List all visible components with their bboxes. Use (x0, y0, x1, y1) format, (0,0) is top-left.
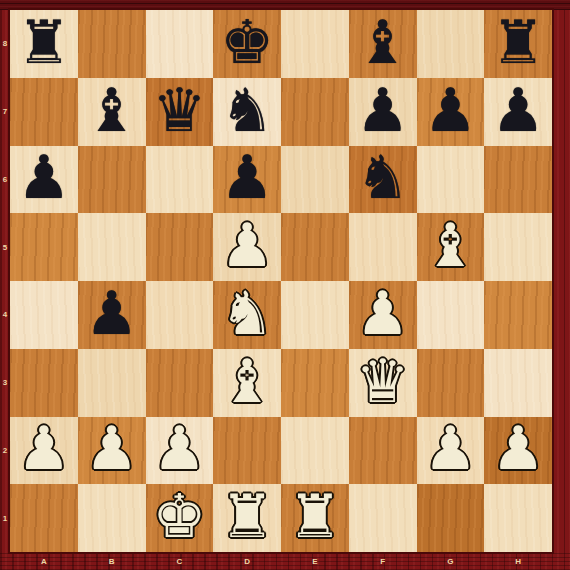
square-d2[interactable] (213, 417, 281, 485)
square-a1[interactable] (10, 484, 78, 552)
piece-black-king[interactable]: ♚ (220, 12, 274, 72)
square-f6[interactable]: ♞ (349, 146, 417, 214)
square-g4[interactable] (417, 281, 485, 349)
piece-white-knight[interactable]: ♞ (220, 283, 274, 343)
square-d3[interactable]: ♝ (213, 349, 281, 417)
file-label-h: H (484, 552, 552, 570)
square-d8[interactable]: ♚ (213, 10, 281, 78)
rank-label-7: 7 (0, 78, 10, 146)
square-d1[interactable]: ♜ (213, 484, 281, 552)
square-e3[interactable] (281, 349, 349, 417)
square-h4[interactable] (484, 281, 552, 349)
square-h2[interactable]: ♟ (484, 417, 552, 485)
square-c6[interactable] (146, 146, 214, 214)
piece-white-bishop[interactable]: ♝ (423, 215, 477, 275)
piece-white-pawn[interactable]: ♟ (220, 215, 274, 275)
square-b4[interactable]: ♟ (78, 281, 146, 349)
square-c7[interactable]: ♛ (146, 78, 214, 146)
square-c8[interactable] (146, 10, 214, 78)
square-g6[interactable] (417, 146, 485, 214)
square-d6[interactable]: ♟ (213, 146, 281, 214)
square-f1[interactable] (349, 484, 417, 552)
square-c3[interactable] (146, 349, 214, 417)
rank-labels: 87654321 (0, 10, 10, 552)
file-label-a: A (10, 552, 78, 570)
square-e4[interactable] (281, 281, 349, 349)
square-f5[interactable] (349, 213, 417, 281)
file-label-b: B (78, 552, 146, 570)
piece-white-queen[interactable]: ♛ (356, 351, 410, 411)
piece-white-pawn[interactable]: ♟ (423, 418, 477, 478)
file-label-e: E (281, 552, 349, 570)
square-h6[interactable] (484, 146, 552, 214)
piece-white-pawn[interactable]: ♟ (356, 283, 410, 343)
file-labels: ABCDEFGH (10, 552, 552, 570)
square-e2[interactable] (281, 417, 349, 485)
piece-white-pawn[interactable]: ♟ (17, 418, 71, 478)
piece-black-rook[interactable]: ♜ (491, 12, 545, 72)
file-label-g: G (417, 552, 485, 570)
square-g2[interactable]: ♟ (417, 417, 485, 485)
square-f7[interactable]: ♟ (349, 78, 417, 146)
square-a5[interactable] (10, 213, 78, 281)
rank-label-8: 8 (0, 10, 10, 78)
square-d5[interactable]: ♟ (213, 213, 281, 281)
piece-white-pawn[interactable]: ♟ (85, 418, 139, 478)
piece-white-rook[interactable]: ♜ (288, 486, 342, 546)
square-f2[interactable] (349, 417, 417, 485)
square-c5[interactable] (146, 213, 214, 281)
chess-board: ♜♚♝♜♝♛♞♟♟♟♟♟♞♟♝♟♞♟♝♛♟♟♟♟♟♚♜♜ (10, 10, 552, 552)
piece-white-rook[interactable]: ♜ (220, 486, 274, 546)
piece-black-pawn[interactable]: ♟ (491, 80, 545, 140)
piece-white-bishop[interactable]: ♝ (220, 351, 274, 411)
piece-black-pawn[interactable]: ♟ (85, 283, 139, 343)
piece-black-queen[interactable]: ♛ (152, 80, 206, 140)
piece-black-pawn[interactable]: ♟ (220, 147, 274, 207)
square-g5[interactable]: ♝ (417, 213, 485, 281)
square-d7[interactable]: ♞ (213, 78, 281, 146)
rank-label-2: 2 (0, 417, 10, 485)
piece-black-bishop[interactable]: ♝ (85, 80, 139, 140)
square-a7[interactable] (10, 78, 78, 146)
square-a2[interactable]: ♟ (10, 417, 78, 485)
square-h5[interactable] (484, 213, 552, 281)
file-label-c: C (146, 552, 214, 570)
square-a3[interactable] (10, 349, 78, 417)
square-a4[interactable] (10, 281, 78, 349)
rank-label-6: 6 (0, 146, 10, 214)
square-a8[interactable]: ♜ (10, 10, 78, 78)
frame-top-edge (0, 0, 570, 10)
square-b3[interactable] (78, 349, 146, 417)
square-f8[interactable]: ♝ (349, 10, 417, 78)
piece-black-bishop[interactable]: ♝ (356, 12, 410, 72)
piece-black-pawn[interactable]: ♟ (423, 80, 477, 140)
piece-black-knight[interactable]: ♞ (356, 147, 410, 207)
square-h1[interactable] (484, 484, 552, 552)
square-e8[interactable] (281, 10, 349, 78)
square-e5[interactable] (281, 213, 349, 281)
square-b5[interactable] (78, 213, 146, 281)
square-b6[interactable] (78, 146, 146, 214)
square-a6[interactable]: ♟ (10, 146, 78, 214)
piece-white-pawn[interactable]: ♟ (491, 418, 545, 478)
square-c1[interactable]: ♚ (146, 484, 214, 552)
piece-white-king[interactable]: ♚ (152, 486, 206, 546)
piece-black-rook[interactable]: ♜ (17, 12, 71, 72)
square-g3[interactable] (417, 349, 485, 417)
square-b7[interactable]: ♝ (78, 78, 146, 146)
square-f4[interactable]: ♟ (349, 281, 417, 349)
square-c2[interactable]: ♟ (146, 417, 214, 485)
square-g7[interactable]: ♟ (417, 78, 485, 146)
square-h3[interactable] (484, 349, 552, 417)
square-h7[interactable]: ♟ (484, 78, 552, 146)
file-label-f: F (349, 552, 417, 570)
square-b2[interactable]: ♟ (78, 417, 146, 485)
piece-black-pawn[interactable]: ♟ (356, 80, 410, 140)
square-g8[interactable] (417, 10, 485, 78)
rank-label-4: 4 (0, 281, 10, 349)
chess-board-frame: 87654321 ABCDEFGH ♜♚♝♜♝♛♞♟♟♟♟♟♞♟♝♟♞♟♝♛♟♟… (0, 0, 570, 570)
piece-black-pawn[interactable]: ♟ (17, 147, 71, 207)
piece-white-pawn[interactable]: ♟ (152, 418, 206, 478)
rank-label-1: 1 (0, 484, 10, 552)
square-c4[interactable] (146, 281, 214, 349)
square-d4[interactable]: ♞ (213, 281, 281, 349)
square-b8[interactable] (78, 10, 146, 78)
square-h8[interactable]: ♜ (484, 10, 552, 78)
rank-label-3: 3 (0, 349, 10, 417)
square-b1[interactable] (78, 484, 146, 552)
square-e1[interactable]: ♜ (281, 484, 349, 552)
rank-label-5: 5 (0, 213, 10, 281)
square-e6[interactable] (281, 146, 349, 214)
file-label-d: D (213, 552, 281, 570)
square-f3[interactable]: ♛ (349, 349, 417, 417)
piece-black-knight[interactable]: ♞ (220, 80, 274, 140)
square-e7[interactable] (281, 78, 349, 146)
square-g1[interactable] (417, 484, 485, 552)
